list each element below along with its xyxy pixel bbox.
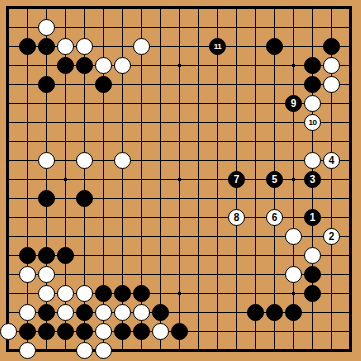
move-number-label: 10 bbox=[309, 119, 317, 127]
black-stone bbox=[95, 285, 112, 302]
move-number-label: 7 bbox=[234, 175, 240, 185]
black-stone bbox=[76, 190, 93, 207]
grid-line-vertical bbox=[198, 8, 199, 351]
white-stone bbox=[57, 285, 74, 302]
black-stone bbox=[38, 323, 55, 340]
white-stone bbox=[19, 342, 36, 359]
move-number-label: 8 bbox=[234, 213, 240, 223]
black-stone-move-11: 11 bbox=[209, 38, 226, 55]
white-stone bbox=[323, 57, 340, 74]
black-stone bbox=[266, 304, 283, 321]
black-stone bbox=[133, 323, 150, 340]
white-stone bbox=[95, 57, 112, 74]
white-stone bbox=[323, 76, 340, 93]
white-stone bbox=[76, 152, 93, 169]
move-number-label: 4 bbox=[329, 156, 335, 166]
black-stone bbox=[133, 285, 150, 302]
star-point bbox=[178, 64, 181, 67]
black-stone bbox=[95, 76, 112, 93]
white-stone bbox=[304, 152, 321, 169]
black-stone bbox=[323, 38, 340, 55]
white-stone bbox=[76, 285, 93, 302]
black-stone bbox=[57, 57, 74, 74]
black-stone bbox=[76, 57, 93, 74]
move-number-label: 9 bbox=[291, 99, 297, 109]
white-stone bbox=[152, 323, 169, 340]
move-number-label: 3 bbox=[310, 175, 316, 185]
black-stone bbox=[304, 266, 321, 283]
black-stone bbox=[304, 57, 321, 74]
white-stone bbox=[38, 266, 55, 283]
black-stone-move-1: 1 bbox=[304, 209, 321, 226]
white-stone bbox=[304, 95, 321, 112]
white-stone bbox=[38, 19, 55, 36]
white-stone bbox=[19, 304, 36, 321]
white-stone bbox=[304, 247, 321, 264]
white-stone bbox=[95, 304, 112, 321]
white-stone bbox=[95, 342, 112, 359]
go-diagram: 1191047538612 bbox=[0, 0, 361, 361]
black-stone-move-3: 3 bbox=[304, 171, 321, 188]
go-board: 1191047538612 bbox=[0, 0, 361, 361]
black-stone bbox=[171, 323, 188, 340]
black-stone bbox=[38, 304, 55, 321]
white-stone-move-4: 4 bbox=[323, 152, 340, 169]
star-point bbox=[64, 178, 67, 181]
star-point bbox=[292, 292, 295, 295]
black-stone bbox=[285, 304, 302, 321]
black-stone bbox=[76, 304, 93, 321]
white-stone bbox=[285, 266, 302, 283]
black-stone bbox=[114, 323, 131, 340]
grid-line-horizontal bbox=[8, 198, 351, 199]
white-stone bbox=[114, 57, 131, 74]
black-stone bbox=[19, 247, 36, 264]
move-number-label: 11 bbox=[214, 43, 221, 51]
black-stone bbox=[19, 38, 36, 55]
white-stone-move-8: 8 bbox=[228, 209, 245, 226]
black-stone bbox=[38, 247, 55, 264]
black-stone bbox=[304, 285, 321, 302]
black-stone bbox=[266, 38, 283, 55]
white-stone bbox=[57, 304, 74, 321]
black-stone bbox=[57, 247, 74, 264]
black-stone bbox=[19, 323, 36, 340]
move-number-label: 6 bbox=[272, 213, 278, 223]
white-stone-move-10: 10 bbox=[304, 114, 321, 131]
move-number-label: 1 bbox=[310, 213, 316, 223]
black-stone bbox=[38, 76, 55, 93]
black-stone bbox=[247, 304, 264, 321]
move-number-label: 2 bbox=[329, 232, 335, 242]
white-stone bbox=[76, 38, 93, 55]
black-stone bbox=[76, 323, 93, 340]
black-stone bbox=[304, 76, 321, 93]
black-stone bbox=[38, 38, 55, 55]
grid-line-vertical bbox=[217, 8, 218, 351]
star-point bbox=[178, 292, 181, 295]
black-stone bbox=[152, 304, 169, 321]
star-point bbox=[292, 64, 295, 67]
white-stone-move-6: 6 bbox=[266, 209, 283, 226]
white-stone bbox=[19, 266, 36, 283]
star-point bbox=[292, 178, 295, 181]
white-stone bbox=[76, 342, 93, 359]
white-stone bbox=[0, 323, 17, 340]
black-stone-move-9: 9 bbox=[285, 95, 302, 112]
white-stone bbox=[114, 152, 131, 169]
white-stone bbox=[95, 323, 112, 340]
star-point bbox=[178, 178, 181, 181]
white-stone bbox=[133, 304, 150, 321]
white-stone bbox=[57, 38, 74, 55]
white-stone bbox=[38, 285, 55, 302]
move-number-label: 5 bbox=[272, 175, 278, 185]
grid-line-horizontal bbox=[8, 217, 351, 218]
grid-line-vertical bbox=[255, 8, 256, 351]
black-stone bbox=[114, 285, 131, 302]
white-stone bbox=[133, 38, 150, 55]
black-stone-move-5: 5 bbox=[266, 171, 283, 188]
black-stone bbox=[38, 190, 55, 207]
black-stone-move-7: 7 bbox=[228, 171, 245, 188]
white-stone bbox=[38, 152, 55, 169]
white-stone bbox=[114, 304, 131, 321]
black-stone bbox=[57, 323, 74, 340]
white-stone bbox=[285, 228, 302, 245]
white-stone-move-2: 2 bbox=[323, 228, 340, 245]
